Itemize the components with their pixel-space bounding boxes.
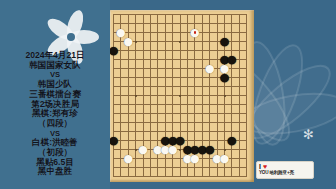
hoshi-point <box>179 41 181 43</box>
small-flower-icon: ✻ <box>303 127 314 142</box>
grid-line-vertical <box>239 14 240 177</box>
white-stone: ● <box>191 155 199 163</box>
match-info-text: 2024年4月21日韩国国家女队VS韩国少队三番棋擂台赛第2场决胜局黑棋:郑有珍… <box>0 51 110 177</box>
white-stone: ● <box>124 38 132 46</box>
grid-line-horizontal <box>113 113 247 114</box>
white-stone: ● <box>139 146 147 154</box>
info-line: 黑中盘胜 <box>0 167 110 177</box>
grid-line-horizontal <box>113 176 247 177</box>
grid-line-horizontal <box>113 104 247 105</box>
badge-line2: YOU 哈利路亚+亮 <box>259 171 311 176</box>
black-stone: ● <box>228 56 236 64</box>
grid-line-vertical <box>231 14 232 177</box>
hoshi-point <box>135 41 137 43</box>
grid-line-horizontal <box>113 122 247 123</box>
black-stone: ● <box>221 74 229 82</box>
black-stone: ● <box>110 47 118 55</box>
grid-line-horizontal <box>113 167 247 168</box>
black-stone: ● <box>110 137 118 145</box>
white-stone: ● <box>191 29 199 37</box>
hoshi-point <box>179 149 181 151</box>
hoshi-point <box>224 149 226 151</box>
channel-badge: I ♥ YOU 哈利路亚+亮 <box>256 161 314 179</box>
hoshi-point <box>224 95 226 97</box>
white-stone: ● <box>206 65 214 73</box>
hoshi-point <box>179 95 181 97</box>
white-stone: ● <box>221 155 229 163</box>
white-stone: ● <box>124 155 132 163</box>
go-board: ●●●●●●●●●●●●●●●●●●●●●●●●●●●● <box>110 10 254 182</box>
badge-line1: I ♥ <box>259 163 311 170</box>
info-line: 韩国国家女队 <box>0 61 110 71</box>
info-line: （四段） <box>0 119 110 129</box>
grid-line-vertical <box>246 14 247 177</box>
video-frame: ✻ 2024年4月21日韩国国家女队VS韩国少队三番棋擂台赛第2场决胜局黑棋:郑… <box>0 0 336 189</box>
black-stone: ● <box>221 38 229 46</box>
last-move-marker <box>194 31 197 34</box>
heart-icon: ♥ <box>263 163 267 170</box>
badge-i: I <box>259 163 261 170</box>
info-panel: 2024年4月21日韩国国家女队VS韩国少队三番棋擂台赛第2场决胜局黑棋:郑有珍… <box>0 0 110 189</box>
white-stone: ● <box>169 146 177 154</box>
hoshi-point <box>135 149 137 151</box>
black-stone: ● <box>228 137 236 145</box>
grid-line-horizontal <box>113 131 247 132</box>
hoshi-point <box>135 95 137 97</box>
